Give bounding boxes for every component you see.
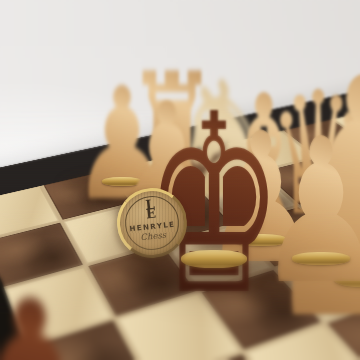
- brass-base-ring: [292, 252, 350, 265]
- brass-base-ring: [181, 250, 247, 268]
- photo-frame: ♟♜♟♞♝♛♟♟♟♚♟ L E HENRYLE Chess: [0, 0, 360, 360]
- brand-token-face: L E HENRYLE Chess: [114, 185, 191, 262]
- brass-base-ring: [102, 177, 142, 186]
- piece-shadow: [254, 189, 348, 213]
- brand-token: L E HENRYLE Chess: [114, 185, 191, 262]
- brass-base-ring: [235, 234, 287, 246]
